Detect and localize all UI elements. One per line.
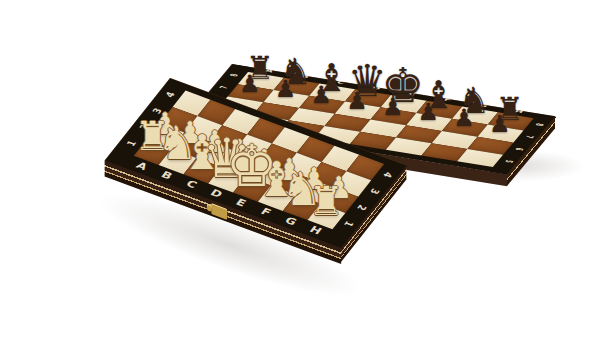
pieces-layer: ♜♞♝♟♛♟♚♟♝♟♞♟♜♟♟♟♟♟♜♟♞♟♝♟♛♟♚♟♝♟♞♜ [0, 0, 607, 364]
piece-black-pawn-b7: ♟ [274, 77, 298, 101]
piece-black-pawn-h7: ♟ [488, 112, 512, 136]
piece-black-pawn-e7: ♟ [381, 95, 405, 119]
piece-white-rook-h1: ♜ [306, 181, 346, 221]
piece-black-pawn-g7: ♟ [452, 106, 476, 130]
piece-black-pawn-c7: ♟ [309, 83, 333, 107]
piece-black-pawn-d7: ♟ [345, 89, 369, 113]
chess-set-photo: ABCDEFGH88776655 ABCDEFGH44332211 ♜♞♝♟♛♟… [0, 0, 607, 364]
piece-black-pawn-a7: ♟ [238, 72, 262, 96]
piece-black-pawn-f7: ♟ [416, 100, 440, 124]
